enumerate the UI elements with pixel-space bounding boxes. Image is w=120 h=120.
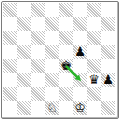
square-g5[interactable] [87, 45, 101, 59]
square-c4[interactable] [31, 59, 45, 73]
square-a6[interactable] [3, 31, 17, 45]
square-c5[interactable] [31, 45, 45, 59]
square-h3[interactable]: ♟ [101, 73, 115, 87]
square-b8[interactable] [17, 3, 31, 17]
square-g4[interactable] [87, 59, 101, 73]
square-d6[interactable] [45, 31, 59, 45]
square-e8[interactable] [59, 3, 73, 17]
square-e1[interactable] [59, 101, 73, 115]
square-h1[interactable] [101, 101, 115, 115]
square-f1[interactable]: ♔ [73, 101, 87, 115]
square-f3[interactable] [73, 73, 87, 87]
piece-black-king[interactable]: ♚ [59, 59, 73, 73]
square-c8[interactable] [31, 3, 45, 17]
square-a8[interactable] [3, 3, 17, 17]
square-a4[interactable] [3, 59, 17, 73]
square-d5[interactable] [45, 45, 59, 59]
square-d8[interactable] [45, 3, 59, 17]
square-e7[interactable] [59, 17, 73, 31]
square-b5[interactable] [17, 45, 31, 59]
piece-white-knight[interactable]: ♘ [45, 101, 59, 115]
square-c6[interactable] [31, 31, 45, 45]
square-h2[interactable] [101, 87, 115, 101]
chess-diagram: ♟♚♛♟♘♔ [0, 0, 120, 120]
square-d4[interactable] [45, 59, 59, 73]
square-e4[interactable]: ♚ [59, 59, 73, 73]
square-g1[interactable] [87, 101, 101, 115]
square-g7[interactable] [87, 17, 101, 31]
square-f7[interactable] [73, 17, 87, 31]
piece-black-queen[interactable]: ♛ [87, 73, 101, 87]
square-c3[interactable] [31, 73, 45, 87]
square-a1[interactable] [3, 101, 17, 115]
square-b4[interactable] [17, 59, 31, 73]
square-d2[interactable] [45, 87, 59, 101]
square-g8[interactable] [87, 3, 101, 17]
square-b1[interactable] [17, 101, 31, 115]
square-f2[interactable] [73, 87, 87, 101]
square-f8[interactable] [73, 3, 87, 17]
square-e2[interactable] [59, 87, 73, 101]
square-h5[interactable] [101, 45, 115, 59]
square-g2[interactable] [87, 87, 101, 101]
square-h4[interactable] [101, 59, 115, 73]
square-h6[interactable] [101, 31, 115, 45]
square-g3[interactable]: ♛ [87, 73, 101, 87]
piece-white-king[interactable]: ♔ [73, 101, 87, 115]
piece-black-pawn[interactable]: ♟ [101, 73, 115, 87]
square-c7[interactable] [31, 17, 45, 31]
square-e6[interactable] [59, 31, 73, 45]
square-a7[interactable] [3, 17, 17, 31]
square-a2[interactable] [3, 87, 17, 101]
square-b7[interactable] [17, 17, 31, 31]
square-f5[interactable]: ♟ [73, 45, 87, 59]
square-a5[interactable] [3, 45, 17, 59]
square-f6[interactable] [73, 31, 87, 45]
square-h8[interactable] [101, 3, 115, 17]
square-d1[interactable]: ♘ [45, 101, 59, 115]
square-c2[interactable] [31, 87, 45, 101]
square-f4[interactable] [73, 59, 87, 73]
square-g6[interactable] [87, 31, 101, 45]
square-e3[interactable] [59, 73, 73, 87]
square-d3[interactable] [45, 73, 59, 87]
piece-black-pawn[interactable]: ♟ [73, 45, 87, 59]
square-h7[interactable] [101, 17, 115, 31]
square-b2[interactable] [17, 87, 31, 101]
square-b6[interactable] [17, 31, 31, 45]
chess-board[interactable]: ♟♚♛♟♘♔ [3, 3, 115, 115]
square-d7[interactable] [45, 17, 59, 31]
square-b3[interactable] [17, 73, 31, 87]
square-c1[interactable] [31, 101, 45, 115]
square-a3[interactable] [3, 73, 17, 87]
square-e5[interactable] [59, 45, 73, 59]
